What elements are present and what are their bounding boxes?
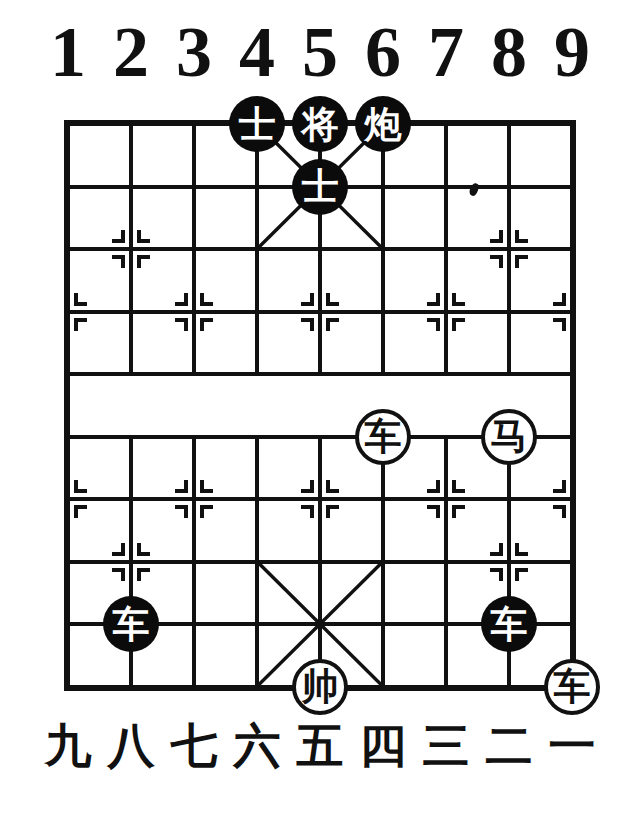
piece-red-general[interactable]: 帅 bbox=[292, 659, 348, 715]
board-cell bbox=[194, 562, 257, 625]
file-label-bottom-5: 五 bbox=[285, 722, 355, 769]
point-marker-corner bbox=[427, 505, 440, 518]
piece-glyph: 车 bbox=[554, 668, 591, 705]
bottom-file-labels: 九八七六五四三二一 bbox=[0, 722, 640, 782]
river-cell bbox=[131, 374, 194, 437]
point-marker-corner bbox=[326, 318, 339, 331]
point-marker-corner bbox=[137, 255, 150, 268]
file-label-bottom-1: 九 bbox=[33, 722, 103, 769]
file-label-top-1: 1 bbox=[33, 16, 103, 88]
point-marker-corner bbox=[553, 505, 566, 518]
file-label-top-9: 9 bbox=[537, 16, 607, 88]
point-marker-corner bbox=[74, 505, 87, 518]
file-label-bottom-7: 三 bbox=[411, 722, 481, 769]
point-marker-corner bbox=[427, 318, 440, 331]
piece-glyph: 车 bbox=[113, 606, 150, 643]
point-marker-corner bbox=[74, 293, 87, 306]
piece-glyph: 炮 bbox=[365, 106, 402, 143]
board-cell bbox=[68, 124, 131, 187]
board-cell bbox=[446, 124, 509, 187]
file-label-bottom-4: 六 bbox=[222, 722, 292, 769]
file-label-bottom-6: 四 bbox=[348, 722, 418, 769]
piece-glyph: 帅 bbox=[302, 668, 339, 705]
file-label-top-6: 6 bbox=[348, 16, 418, 88]
piece-black-chariot[interactable]: 车 bbox=[103, 596, 159, 652]
point-marker-corner bbox=[452, 318, 465, 331]
piece-glyph: 将 bbox=[302, 106, 339, 143]
point-marker-corner bbox=[427, 480, 440, 493]
piece-red-chariot[interactable]: 车 bbox=[355, 409, 411, 465]
point-marker-corner bbox=[112, 543, 125, 556]
board-cell bbox=[383, 624, 446, 687]
point-marker-corner bbox=[553, 480, 566, 493]
point-marker-corner bbox=[175, 505, 188, 518]
point-marker-corner bbox=[112, 230, 125, 243]
file-label-top-4: 4 bbox=[222, 16, 292, 88]
point-marker-corner bbox=[452, 505, 465, 518]
point-marker-corner bbox=[427, 293, 440, 306]
piece-glyph: 车 bbox=[365, 418, 402, 455]
point-marker-corner bbox=[200, 505, 213, 518]
piece-black-advisor[interactable]: 士 bbox=[229, 96, 285, 152]
point-marker-corner bbox=[326, 480, 339, 493]
file-label-bottom-8: 二 bbox=[474, 722, 544, 769]
file-label-top-3: 3 bbox=[159, 16, 229, 88]
point-marker-corner bbox=[553, 318, 566, 331]
piece-glyph: 马 bbox=[491, 418, 528, 455]
point-marker-corner bbox=[175, 480, 188, 493]
point-marker-corner bbox=[515, 568, 528, 581]
board-cell bbox=[131, 124, 194, 187]
board-cell bbox=[194, 187, 257, 250]
point-marker-corner bbox=[553, 293, 566, 306]
file-label-top-7: 7 bbox=[411, 16, 481, 88]
point-marker-corner bbox=[515, 230, 528, 243]
point-marker-corner bbox=[490, 568, 503, 581]
file-label-bottom-3: 七 bbox=[159, 722, 229, 769]
xiangqi-diagram: 123456789 士将炮士车马车车帅车 九八七六五四三二一 bbox=[0, 0, 640, 816]
river-cell bbox=[68, 374, 131, 437]
point-marker-corner bbox=[515, 255, 528, 268]
board-cell bbox=[320, 562, 383, 625]
piece-black-advisor[interactable]: 士 bbox=[292, 159, 348, 215]
board-cell bbox=[383, 187, 446, 250]
board-cell bbox=[509, 124, 572, 187]
top-file-labels: 123456789 bbox=[0, 16, 640, 96]
file-label-top-8: 8 bbox=[474, 16, 544, 88]
point-marker-corner bbox=[74, 480, 87, 493]
board-cell bbox=[383, 562, 446, 625]
point-marker-corner bbox=[301, 318, 314, 331]
point-marker-corner bbox=[112, 568, 125, 581]
piece-black-cannon[interactable]: 炮 bbox=[355, 96, 411, 152]
point-marker-corner bbox=[200, 293, 213, 306]
point-marker-corner bbox=[326, 293, 339, 306]
point-marker-corner bbox=[137, 543, 150, 556]
piece-red-chariot[interactable]: 车 bbox=[544, 659, 600, 715]
point-marker-corner bbox=[452, 293, 465, 306]
point-marker-corner bbox=[490, 543, 503, 556]
point-marker-corner bbox=[515, 543, 528, 556]
point-marker-corner bbox=[301, 505, 314, 518]
point-marker-corner bbox=[175, 318, 188, 331]
file-label-bottom-2: 八 bbox=[96, 722, 166, 769]
board-cell bbox=[257, 562, 320, 625]
point-marker-corner bbox=[137, 230, 150, 243]
point-marker-corner bbox=[175, 293, 188, 306]
point-marker-corner bbox=[74, 318, 87, 331]
point-marker-corner bbox=[490, 230, 503, 243]
point-marker-corner bbox=[200, 480, 213, 493]
river-cell bbox=[194, 374, 257, 437]
point-marker-corner bbox=[490, 255, 503, 268]
board-cell bbox=[194, 624, 257, 687]
point-marker-corner bbox=[326, 505, 339, 518]
piece-black-chariot[interactable]: 车 bbox=[481, 596, 537, 652]
point-marker-corner bbox=[137, 568, 150, 581]
point-marker-corner bbox=[301, 293, 314, 306]
piece-glyph: 士 bbox=[239, 106, 276, 143]
point-marker-corner bbox=[301, 480, 314, 493]
piece-red-horse[interactable]: 马 bbox=[481, 409, 537, 465]
file-label-top-2: 2 bbox=[96, 16, 166, 88]
piece-glyph: 车 bbox=[491, 606, 528, 643]
piece-glyph: 士 bbox=[302, 168, 339, 205]
piece-black-general[interactable]: 将 bbox=[292, 96, 348, 152]
point-marker-corner bbox=[200, 318, 213, 331]
file-label-bottom-9: 一 bbox=[537, 722, 607, 769]
point-marker-corner bbox=[452, 480, 465, 493]
point-marker-corner bbox=[112, 255, 125, 268]
river-cell bbox=[257, 374, 320, 437]
file-label-top-5: 5 bbox=[285, 16, 355, 88]
